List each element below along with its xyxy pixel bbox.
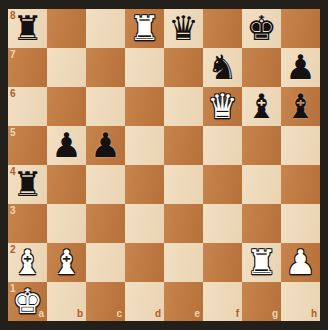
piece-black-bishop[interactable]: ♝: [285, 87, 315, 126]
rank-label-7: 7: [10, 50, 16, 60]
piece-white-rook[interactable]: ♜: [129, 9, 159, 48]
piece-black-pawn[interactable]: ♟: [285, 48, 315, 87]
square-e1[interactable]: e: [164, 282, 203, 321]
square-h3[interactable]: [281, 204, 320, 243]
square-f7[interactable]: ♞: [203, 48, 242, 87]
chess-board: 8♜♜♛♚7♞♟6♛♝♝5♟♟4♜32♝♝♜♟1a♚bcdefgh: [8, 9, 320, 321]
square-b2[interactable]: ♝: [47, 243, 86, 282]
rank-label-3: 3: [10, 206, 16, 216]
square-f4[interactable]: [203, 165, 242, 204]
square-c3[interactable]: [86, 204, 125, 243]
square-d6[interactable]: [125, 87, 164, 126]
piece-black-knight[interactable]: ♞: [207, 48, 237, 87]
square-f5[interactable]: [203, 126, 242, 165]
square-g7[interactable]: [242, 48, 281, 87]
square-a6[interactable]: 6: [8, 87, 47, 126]
square-e3[interactable]: [164, 204, 203, 243]
square-d2[interactable]: [125, 243, 164, 282]
square-f1[interactable]: f: [203, 282, 242, 321]
square-e5[interactable]: [164, 126, 203, 165]
square-c5[interactable]: ♟: [86, 126, 125, 165]
piece-white-rook[interactable]: ♜: [246, 243, 276, 282]
square-h1[interactable]: h: [281, 282, 320, 321]
square-h7[interactable]: ♟: [281, 48, 320, 87]
square-c1[interactable]: c: [86, 282, 125, 321]
piece-white-king[interactable]: ♚: [12, 282, 42, 321]
piece-black-pawn[interactable]: ♟: [90, 126, 120, 165]
square-c2[interactable]: [86, 243, 125, 282]
square-d7[interactable]: [125, 48, 164, 87]
square-a1[interactable]: 1a♚: [8, 282, 47, 321]
square-h5[interactable]: [281, 126, 320, 165]
square-b1[interactable]: b: [47, 282, 86, 321]
rank-label-6: 6: [10, 89, 16, 99]
board-frame: 8♜♜♛♚7♞♟6♛♝♝5♟♟4♜32♝♝♜♟1a♚bcdefgh: [0, 0, 328, 330]
file-label-c: c: [116, 309, 122, 319]
square-a8[interactable]: 8♜: [8, 9, 47, 48]
square-b8[interactable]: [47, 9, 86, 48]
square-b4[interactable]: [47, 165, 86, 204]
square-a4[interactable]: 4♜: [8, 165, 47, 204]
square-g5[interactable]: [242, 126, 281, 165]
square-g6[interactable]: ♝: [242, 87, 281, 126]
square-g2[interactable]: ♜: [242, 243, 281, 282]
piece-white-bishop[interactable]: ♝: [12, 243, 42, 282]
piece-white-queen[interactable]: ♛: [207, 87, 237, 126]
piece-black-pawn[interactable]: ♟: [51, 126, 81, 165]
square-h4[interactable]: [281, 165, 320, 204]
rank-label-5: 5: [10, 128, 16, 138]
file-label-d: d: [155, 309, 161, 319]
square-f6[interactable]: ♛: [203, 87, 242, 126]
piece-black-bishop[interactable]: ♝: [246, 87, 276, 126]
square-e4[interactable]: [164, 165, 203, 204]
square-g1[interactable]: g: [242, 282, 281, 321]
square-g4[interactable]: [242, 165, 281, 204]
square-e8[interactable]: ♛: [164, 9, 203, 48]
square-f3[interactable]: [203, 204, 242, 243]
piece-black-rook[interactable]: ♜: [12, 165, 42, 204]
square-e2[interactable]: [164, 243, 203, 282]
square-h6[interactable]: ♝: [281, 87, 320, 126]
square-d8[interactable]: ♜: [125, 9, 164, 48]
square-d1[interactable]: d: [125, 282, 164, 321]
piece-white-pawn[interactable]: ♟: [285, 243, 315, 282]
square-g3[interactable]: [242, 204, 281, 243]
square-e6[interactable]: [164, 87, 203, 126]
piece-black-queen[interactable]: ♛: [168, 9, 198, 48]
square-g8[interactable]: ♚: [242, 9, 281, 48]
square-b7[interactable]: [47, 48, 86, 87]
square-c4[interactable]: [86, 165, 125, 204]
square-e7[interactable]: [164, 48, 203, 87]
square-b5[interactable]: ♟: [47, 126, 86, 165]
square-b3[interactable]: [47, 204, 86, 243]
square-h8[interactable]: [281, 9, 320, 48]
square-c7[interactable]: [86, 48, 125, 87]
square-d3[interactable]: [125, 204, 164, 243]
square-a5[interactable]: 5: [8, 126, 47, 165]
file-label-f: f: [236, 309, 239, 319]
square-a3[interactable]: 3: [8, 204, 47, 243]
piece-white-bishop[interactable]: ♝: [51, 243, 81, 282]
square-c6[interactable]: [86, 87, 125, 126]
square-a2[interactable]: 2♝: [8, 243, 47, 282]
file-label-b: b: [77, 309, 83, 319]
file-label-e: e: [194, 309, 200, 319]
file-label-h: h: [311, 309, 317, 319]
square-f8[interactable]: [203, 9, 242, 48]
square-b6[interactable]: [47, 87, 86, 126]
square-h2[interactable]: ♟: [281, 243, 320, 282]
square-f2[interactable]: [203, 243, 242, 282]
piece-black-king[interactable]: ♚: [246, 9, 276, 48]
square-a7[interactable]: 7: [8, 48, 47, 87]
file-label-g: g: [272, 309, 278, 319]
square-d4[interactable]: [125, 165, 164, 204]
piece-black-rook[interactable]: ♜: [12, 9, 42, 48]
square-d5[interactable]: [125, 126, 164, 165]
square-c8[interactable]: [86, 9, 125, 48]
